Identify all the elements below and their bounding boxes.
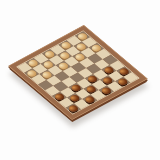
checkers-board — [8, 25, 148, 120]
board-grid — [17, 31, 138, 113]
board-inlay-line — [16, 31, 140, 115]
photo-stage — [0, 0, 160, 160]
